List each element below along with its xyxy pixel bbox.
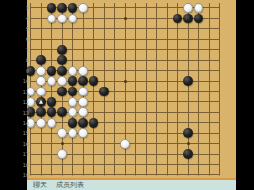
board-point[interactable] — [214, 86, 225, 96]
board-point[interactable] — [99, 97, 110, 107]
board-point[interactable] — [88, 24, 99, 34]
board-point[interactable] — [162, 128, 173, 138]
board-point[interactable] — [57, 13, 68, 23]
board-point[interactable] — [151, 107, 162, 117]
board-point[interactable] — [172, 13, 183, 23]
board-point[interactable] — [88, 128, 99, 138]
board-point[interactable] — [162, 3, 173, 13]
board-point[interactable] — [120, 149, 131, 159]
board-point[interactable] — [109, 159, 120, 169]
board-point[interactable] — [120, 159, 131, 169]
board-point[interactable] — [99, 128, 110, 138]
board-point[interactable] — [141, 159, 152, 169]
board-point[interactable] — [141, 138, 152, 148]
board-point[interactable] — [172, 45, 183, 55]
board-point[interactable] — [141, 45, 152, 55]
board-point[interactable] — [172, 107, 183, 117]
board-point[interactable] — [193, 24, 204, 34]
board-point[interactable] — [141, 107, 152, 117]
board-point[interactable] — [57, 45, 68, 55]
board-point[interactable] — [193, 13, 204, 23]
board-point[interactable] — [120, 128, 131, 138]
board-point[interactable] — [183, 34, 194, 44]
board-point[interactable] — [204, 65, 215, 75]
board-point[interactable] — [214, 76, 225, 86]
board-point[interactable] — [183, 97, 194, 107]
board-point[interactable] — [36, 65, 47, 75]
board-point[interactable] — [109, 24, 120, 34]
board-point[interactable] — [162, 55, 173, 65]
board-point[interactable] — [57, 107, 68, 117]
board-point[interactable] — [109, 76, 120, 86]
board-point[interactable] — [78, 13, 89, 23]
board-point[interactable] — [46, 107, 57, 117]
board-point[interactable] — [130, 13, 141, 23]
board-point[interactable] — [46, 24, 57, 34]
board-point[interactable] — [78, 45, 89, 55]
board-point[interactable] — [130, 159, 141, 169]
board-point[interactable] — [36, 138, 47, 148]
board-point[interactable] — [151, 86, 162, 96]
board-point[interactable] — [57, 3, 68, 13]
board-point[interactable] — [214, 24, 225, 34]
board-point[interactable] — [57, 65, 68, 75]
board-point[interactable] — [78, 149, 89, 159]
board-point[interactable] — [193, 45, 204, 55]
board-point[interactable] — [57, 97, 68, 107]
board-point[interactable] — [183, 55, 194, 65]
board-point[interactable] — [78, 55, 89, 65]
board-point[interactable] — [120, 138, 131, 148]
board-point[interactable] — [214, 159, 225, 169]
board-point[interactable] — [141, 76, 152, 86]
board-point[interactable] — [46, 118, 57, 128]
board-point[interactable] — [204, 128, 215, 138]
board-point[interactable] — [141, 118, 152, 128]
board-point[interactable] — [109, 65, 120, 75]
board-point[interactable] — [88, 159, 99, 169]
board-point[interactable] — [88, 149, 99, 159]
board-point[interactable] — [99, 24, 110, 34]
board-point[interactable] — [162, 34, 173, 44]
board-point[interactable] — [46, 76, 57, 86]
board-point[interactable] — [67, 65, 78, 75]
board-point[interactable] — [67, 128, 78, 138]
board-point[interactable] — [130, 86, 141, 96]
board-point[interactable] — [141, 55, 152, 65]
board-point[interactable] — [214, 149, 225, 159]
board-point[interactable] — [130, 3, 141, 13]
board-point[interactable] — [109, 55, 120, 65]
board-point[interactable] — [151, 45, 162, 55]
board-point[interactable] — [99, 76, 110, 86]
board-point[interactable] — [151, 138, 162, 148]
board-point[interactable] — [88, 3, 99, 13]
board-point[interactable] — [214, 118, 225, 128]
board-point[interactable] — [141, 149, 152, 159]
board-point[interactable] — [109, 86, 120, 96]
board-point[interactable] — [130, 97, 141, 107]
board-point[interactable] — [193, 149, 204, 159]
board-point[interactable] — [78, 24, 89, 34]
board-point[interactable] — [36, 128, 47, 138]
board-point[interactable] — [78, 138, 89, 148]
board-point[interactable] — [120, 107, 131, 117]
board-point[interactable] — [67, 76, 78, 86]
board-point[interactable] — [193, 159, 204, 169]
board-point[interactable] — [151, 24, 162, 34]
board-point[interactable] — [67, 45, 78, 55]
board-point[interactable] — [57, 138, 68, 148]
board-point[interactable] — [88, 55, 99, 65]
board-point[interactable] — [214, 65, 225, 75]
board-point[interactable] — [141, 13, 152, 23]
board-point[interactable] — [99, 118, 110, 128]
board-point[interactable] — [183, 86, 194, 96]
board-point[interactable] — [78, 107, 89, 117]
board-point[interactable] — [88, 107, 99, 117]
board-point[interactable] — [130, 128, 141, 138]
board-point[interactable] — [67, 149, 78, 159]
board-point[interactable] — [172, 55, 183, 65]
board-point[interactable] — [193, 170, 204, 178]
board-point[interactable] — [57, 34, 68, 44]
board-point[interactable] — [46, 65, 57, 75]
board-point[interactable] — [99, 107, 110, 117]
board-point[interactable] — [88, 138, 99, 148]
board-point[interactable] — [162, 13, 173, 23]
board-point[interactable] — [130, 107, 141, 117]
board-point[interactable] — [172, 159, 183, 169]
board-point[interactable] — [172, 34, 183, 44]
board-point[interactable] — [99, 86, 110, 96]
board-point[interactable] — [204, 86, 215, 96]
board-point[interactable] — [46, 159, 57, 169]
board-point[interactable] — [204, 170, 215, 178]
board-point[interactable] — [99, 159, 110, 169]
board-point[interactable] — [88, 13, 99, 23]
board-point[interactable] — [214, 45, 225, 55]
board-point[interactable] — [46, 86, 57, 96]
board-point[interactable] — [130, 170, 141, 178]
board-point[interactable] — [183, 159, 194, 169]
board-point[interactable] — [78, 3, 89, 13]
board-point[interactable] — [130, 55, 141, 65]
board-point[interactable] — [172, 3, 183, 13]
board-point[interactable] — [151, 149, 162, 159]
board-point[interactable] — [162, 65, 173, 75]
board-point[interactable] — [162, 159, 173, 169]
board-point[interactable] — [214, 107, 225, 117]
board-point[interactable] — [88, 86, 99, 96]
board-point[interactable] — [109, 34, 120, 44]
board-point[interactable] — [46, 170, 57, 178]
board-point[interactable] — [46, 138, 57, 148]
board-point[interactable] — [204, 55, 215, 65]
board-point[interactable] — [214, 34, 225, 44]
board-point[interactable] — [204, 24, 215, 34]
board-point[interactable] — [57, 76, 68, 86]
board-point[interactable] — [172, 149, 183, 159]
board-point[interactable] — [67, 86, 78, 96]
board-point[interactable] — [172, 65, 183, 75]
board-point[interactable] — [183, 3, 194, 13]
board-point[interactable] — [67, 159, 78, 169]
tab-chat[interactable]: 聊天 — [33, 180, 47, 190]
board-point[interactable] — [109, 170, 120, 178]
go-board[interactable] — [27, 0, 236, 178]
board-point[interactable] — [172, 138, 183, 148]
board-point[interactable] — [141, 170, 152, 178]
board-point[interactable] — [109, 149, 120, 159]
board-point[interactable] — [151, 128, 162, 138]
board-point[interactable] — [193, 34, 204, 44]
board-point[interactable] — [109, 13, 120, 23]
board-point[interactable] — [183, 149, 194, 159]
board-point[interactable] — [88, 118, 99, 128]
board-point[interactable] — [151, 159, 162, 169]
board-point[interactable] — [109, 97, 120, 107]
board-point[interactable] — [67, 34, 78, 44]
board-point[interactable] — [204, 76, 215, 86]
board-point[interactable] — [46, 149, 57, 159]
board-point[interactable] — [151, 170, 162, 178]
board-point[interactable] — [172, 170, 183, 178]
board-point[interactable] — [78, 97, 89, 107]
board-point[interactable] — [204, 159, 215, 169]
board-point[interactable] — [162, 138, 173, 148]
board-point[interactable] — [151, 3, 162, 13]
board-point[interactable] — [88, 45, 99, 55]
board-point[interactable] — [204, 3, 215, 13]
board-point[interactable] — [193, 97, 204, 107]
board-point[interactable] — [193, 3, 204, 13]
board-point[interactable] — [162, 86, 173, 96]
board-point[interactable] — [78, 170, 89, 178]
board-point[interactable] — [183, 128, 194, 138]
board-point[interactable] — [99, 138, 110, 148]
board-point[interactable] — [99, 45, 110, 55]
board-point[interactable] — [162, 97, 173, 107]
board-point[interactable] — [193, 65, 204, 75]
board-point[interactable] — [183, 118, 194, 128]
board-point[interactable] — [141, 34, 152, 44]
board-point[interactable] — [36, 3, 47, 13]
board-point[interactable] — [130, 149, 141, 159]
board-point[interactable] — [183, 13, 194, 23]
board-point[interactable] — [183, 107, 194, 117]
board-point[interactable] — [120, 97, 131, 107]
board-point[interactable] — [162, 170, 173, 178]
board-point[interactable] — [78, 76, 89, 86]
board-point[interactable] — [36, 97, 47, 107]
board-point[interactable] — [67, 97, 78, 107]
board-point[interactable] — [193, 118, 204, 128]
board-point[interactable] — [172, 118, 183, 128]
board-point[interactable] — [36, 34, 47, 44]
board-point[interactable] — [46, 3, 57, 13]
board-point[interactable] — [130, 24, 141, 34]
board-point[interactable] — [162, 107, 173, 117]
board-point[interactable] — [120, 45, 131, 55]
board-point[interactable] — [67, 24, 78, 34]
board-point[interactable] — [46, 45, 57, 55]
board-point[interactable] — [36, 149, 47, 159]
board-point[interactable] — [204, 107, 215, 117]
board-point[interactable] — [141, 24, 152, 34]
board-point[interactable] — [109, 118, 120, 128]
board-point[interactable] — [183, 138, 194, 148]
board-point[interactable] — [36, 45, 47, 55]
board-point[interactable] — [57, 86, 68, 96]
board-point[interactable] — [88, 65, 99, 75]
board-point[interactable] — [46, 13, 57, 23]
board-point[interactable] — [162, 118, 173, 128]
board-point[interactable] — [120, 170, 131, 178]
board-point[interactable] — [162, 76, 173, 86]
board-point[interactable] — [120, 76, 131, 86]
board-point[interactable] — [151, 13, 162, 23]
board-point[interactable] — [214, 138, 225, 148]
board-point[interactable] — [36, 86, 47, 96]
board-point[interactable] — [130, 138, 141, 148]
board-point[interactable] — [204, 34, 215, 44]
board-point[interactable] — [183, 45, 194, 55]
board-point[interactable] — [36, 13, 47, 23]
board-point[interactable] — [46, 34, 57, 44]
board-point[interactable] — [204, 118, 215, 128]
board-point[interactable] — [46, 97, 57, 107]
board-point[interactable] — [120, 65, 131, 75]
board-point[interactable] — [36, 107, 47, 117]
board-point[interactable] — [67, 107, 78, 117]
board-point[interactable] — [99, 3, 110, 13]
board-point[interactable] — [67, 170, 78, 178]
board-point[interactable] — [162, 45, 173, 55]
board-point[interactable] — [130, 118, 141, 128]
board-point[interactable] — [109, 45, 120, 55]
board-point[interactable] — [46, 55, 57, 65]
board-point[interactable] — [67, 55, 78, 65]
board-point[interactable] — [120, 13, 131, 23]
board-point[interactable] — [130, 65, 141, 75]
board-point[interactable] — [36, 170, 47, 178]
board-point[interactable] — [88, 34, 99, 44]
board-point[interactable] — [78, 65, 89, 75]
board-point[interactable] — [193, 128, 204, 138]
board-point[interactable] — [193, 55, 204, 65]
board-point[interactable] — [99, 13, 110, 23]
board-point[interactable] — [141, 97, 152, 107]
board-point[interactable] — [183, 76, 194, 86]
board-point[interactable] — [130, 45, 141, 55]
board-point[interactable] — [172, 86, 183, 96]
board-point[interactable] — [193, 86, 204, 96]
board-point[interactable] — [214, 13, 225, 23]
board-point[interactable] — [88, 97, 99, 107]
board-point[interactable] — [46, 128, 57, 138]
board-point[interactable] — [120, 24, 131, 34]
board-point[interactable] — [88, 170, 99, 178]
board-point[interactable] — [36, 55, 47, 65]
board-point[interactable] — [78, 34, 89, 44]
board-point[interactable] — [214, 170, 225, 178]
board-point[interactable] — [151, 97, 162, 107]
board-point[interactable] — [183, 170, 194, 178]
board-point[interactable] — [36, 24, 47, 34]
board-point[interactable] — [141, 128, 152, 138]
board-point[interactable] — [67, 118, 78, 128]
board-point[interactable] — [193, 107, 204, 117]
board-point[interactable] — [78, 86, 89, 96]
board-point[interactable] — [57, 55, 68, 65]
board-point[interactable] — [151, 65, 162, 75]
board-point[interactable] — [214, 97, 225, 107]
board-point[interactable] — [99, 34, 110, 44]
board-point[interactable] — [183, 24, 194, 34]
board-point[interactable] — [109, 128, 120, 138]
board-point[interactable] — [151, 118, 162, 128]
board-point[interactable] — [36, 76, 47, 86]
board-point[interactable] — [78, 118, 89, 128]
board-point[interactable] — [183, 65, 194, 75]
board-point[interactable] — [99, 149, 110, 159]
board-point[interactable] — [162, 24, 173, 34]
board-point[interactable] — [130, 76, 141, 86]
board-point[interactable] — [120, 3, 131, 13]
board-point[interactable] — [214, 3, 225, 13]
board-point[interactable] — [120, 55, 131, 65]
board-point[interactable] — [204, 45, 215, 55]
board-point[interactable] — [204, 97, 215, 107]
board-point[interactable] — [151, 76, 162, 86]
board-point[interactable] — [109, 107, 120, 117]
board-point[interactable] — [57, 159, 68, 169]
board-point[interactable] — [120, 118, 131, 128]
board-point[interactable] — [141, 65, 152, 75]
board-point[interactable] — [151, 55, 162, 65]
board-point[interactable] — [204, 149, 215, 159]
tab-member-list[interactable]: 成员列表 — [56, 180, 84, 190]
board-point[interactable] — [141, 86, 152, 96]
board-point[interactable] — [204, 138, 215, 148]
board-point[interactable] — [67, 13, 78, 23]
board-point[interactable] — [193, 76, 204, 86]
board-point[interactable] — [120, 34, 131, 44]
board-point[interactable] — [57, 149, 68, 159]
board-point[interactable] — [109, 138, 120, 148]
board-point[interactable] — [109, 3, 120, 13]
board-point[interactable] — [204, 13, 215, 23]
board-point[interactable] — [151, 34, 162, 44]
board-point[interactable] — [57, 24, 68, 34]
board-point[interactable] — [67, 3, 78, 13]
board-point[interactable] — [36, 118, 47, 128]
board-point[interactable] — [99, 65, 110, 75]
board-point[interactable] — [214, 55, 225, 65]
board-point[interactable] — [172, 128, 183, 138]
board-point[interactable] — [172, 76, 183, 86]
board-point[interactable] — [36, 159, 47, 169]
board-point[interactable] — [120, 86, 131, 96]
board-point[interactable] — [78, 159, 89, 169]
board-point[interactable] — [57, 118, 68, 128]
board-point[interactable] — [99, 170, 110, 178]
board-point[interactable] — [78, 128, 89, 138]
board-point[interactable] — [130, 34, 141, 44]
board-point[interactable] — [172, 97, 183, 107]
board-point[interactable] — [172, 24, 183, 34]
